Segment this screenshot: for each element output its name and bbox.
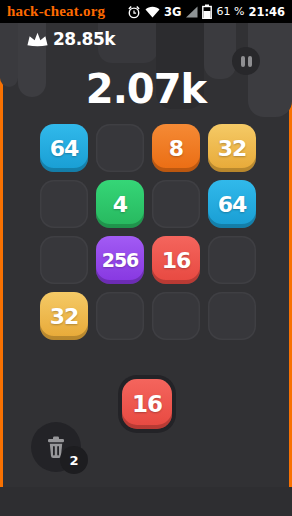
battery-percent-label: 61 %	[216, 5, 244, 18]
cell-r4c3[interactable]	[152, 292, 200, 340]
cell-r2c2[interactable]: 4	[96, 180, 144, 228]
signal-strength-icon	[185, 6, 198, 18]
cell-r1c3[interactable]: 8	[152, 124, 200, 172]
cell-r4c1[interactable]: 32	[40, 292, 88, 340]
tile-16-r3c3[interactable]: 16	[152, 236, 200, 284]
status-icons: 3G 61 % 21:46	[127, 4, 285, 19]
crown-icon	[26, 31, 49, 47]
battery-icon	[202, 4, 212, 19]
cell-r2c3[interactable]	[152, 180, 200, 228]
best-score: 28.85k	[26, 29, 115, 49]
pause-button[interactable]	[232, 47, 260, 75]
tile-32-r4c1[interactable]: 32	[40, 292, 88, 340]
game-screen: hack-cheat.org 3G 61 % 21:46	[0, 0, 292, 516]
board-grid: 648324642561632	[40, 124, 256, 340]
next-tile: 16	[122, 379, 172, 429]
tile-8-r1c3[interactable]: 8	[152, 124, 200, 172]
bottom-band	[0, 487, 292, 516]
trash-count-badge: 2	[60, 446, 88, 474]
cell-r3c4[interactable]	[208, 236, 256, 284]
clock-label: 21:46	[248, 5, 285, 19]
wifi-icon	[145, 5, 160, 18]
tile-32-r1c4[interactable]: 32	[208, 124, 256, 172]
pause-icon	[241, 56, 245, 67]
best-score-value: 28.85k	[53, 29, 115, 49]
cell-r2c4[interactable]: 64	[208, 180, 256, 228]
cell-r3c1[interactable]	[40, 236, 88, 284]
alarm-clock-icon	[127, 5, 141, 19]
status-bar: hack-cheat.org 3G 61 % 21:46	[0, 0, 292, 23]
cell-r2c1[interactable]	[40, 180, 88, 228]
cell-r1c2[interactable]	[96, 124, 144, 172]
cell-r3c3[interactable]: 16	[152, 236, 200, 284]
cell-r1c4[interactable]: 32	[208, 124, 256, 172]
current-score: 2.07k	[0, 69, 292, 109]
tile-256-r3c2[interactable]: 256	[96, 236, 144, 284]
tile-4-r2c2[interactable]: 4	[96, 180, 144, 228]
watermark-site-title: hack-cheat.org	[7, 3, 105, 20]
tile-64-r1c1[interactable]: 64	[40, 124, 88, 172]
cell-r4c4[interactable]	[208, 292, 256, 340]
pause-icon	[248, 56, 252, 67]
cell-r4c2[interactable]	[96, 292, 144, 340]
tile-64-r2c4[interactable]: 64	[208, 180, 256, 228]
network-type-label: 3G	[164, 5, 181, 19]
cell-r3c2[interactable]: 256	[96, 236, 144, 284]
cell-r1c1[interactable]: 64	[40, 124, 88, 172]
